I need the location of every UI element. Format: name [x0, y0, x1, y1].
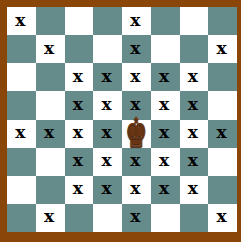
square-g5[interactable]: x: [180, 91, 209, 119]
chessboard-frame: xxxxxxxxxxxxxxxxxxx♚xxxxxxxxxxxxxxxx: [0, 0, 241, 242]
move-mark: x: [102, 68, 112, 85]
square-c3[interactable]: x: [65, 148, 94, 176]
square-f2[interactable]: x: [151, 176, 180, 204]
square-b6[interactable]: [36, 63, 65, 91]
square-a6[interactable]: [7, 63, 36, 91]
move-mark: x: [44, 40, 54, 57]
square-c6[interactable]: x: [65, 63, 94, 91]
move-mark: x: [73, 180, 83, 197]
move-mark: x: [188, 68, 198, 85]
move-mark: x: [159, 152, 169, 169]
square-e7[interactable]: x: [122, 35, 151, 63]
move-mark: x: [130, 40, 140, 57]
square-b4[interactable]: x: [36, 120, 65, 148]
chessboard: xxxxxxxxxxxxxxxxxxx♚xxxxxxxxxxxxxxxx: [7, 7, 237, 232]
move-mark: x: [73, 68, 83, 85]
square-h6[interactable]: [208, 63, 237, 91]
move-mark: x: [130, 68, 140, 85]
move-mark: x: [102, 124, 112, 141]
move-mark: x: [130, 208, 140, 225]
square-d8[interactable]: [93, 7, 122, 35]
square-a1[interactable]: [7, 204, 36, 232]
move-mark: x: [130, 12, 140, 29]
square-a8[interactable]: x: [7, 7, 36, 35]
square-d2[interactable]: x: [93, 176, 122, 204]
move-mark: x: [217, 208, 227, 225]
square-b3[interactable]: [36, 148, 65, 176]
move-mark: x: [159, 96, 169, 113]
move-mark: x: [188, 124, 198, 141]
square-f1[interactable]: [151, 204, 180, 232]
square-a2[interactable]: [7, 176, 36, 204]
square-e2[interactable]: x: [122, 176, 151, 204]
square-a3[interactable]: [7, 148, 36, 176]
move-mark: x: [217, 40, 227, 57]
move-mark: x: [15, 124, 25, 141]
square-f8[interactable]: [151, 7, 180, 35]
square-f7[interactable]: [151, 35, 180, 63]
move-mark: x: [102, 180, 112, 197]
square-a7[interactable]: [7, 35, 36, 63]
square-e4[interactable]: ♚: [122, 120, 151, 148]
square-f5[interactable]: x: [151, 91, 180, 119]
square-h3[interactable]: [208, 148, 237, 176]
move-mark: x: [102, 152, 112, 169]
square-c8[interactable]: [65, 7, 94, 35]
square-d4[interactable]: x: [93, 120, 122, 148]
square-g7[interactable]: [180, 35, 209, 63]
move-mark: x: [188, 180, 198, 197]
square-e6[interactable]: x: [122, 63, 151, 91]
square-f4[interactable]: x: [151, 120, 180, 148]
move-mark: x: [15, 12, 25, 29]
square-d1[interactable]: [93, 204, 122, 232]
square-g2[interactable]: x: [180, 176, 209, 204]
square-c5[interactable]: x: [65, 91, 94, 119]
move-mark: x: [188, 152, 198, 169]
square-f3[interactable]: x: [151, 148, 180, 176]
move-mark: x: [44, 208, 54, 225]
square-g8[interactable]: [180, 7, 209, 35]
move-mark: x: [73, 152, 83, 169]
square-g1[interactable]: [180, 204, 209, 232]
square-a4[interactable]: x: [7, 120, 36, 148]
square-e1[interactable]: x: [122, 204, 151, 232]
square-d7[interactable]: [93, 35, 122, 63]
square-g3[interactable]: x: [180, 148, 209, 176]
square-c2[interactable]: x: [65, 176, 94, 204]
move-mark: x: [44, 124, 54, 141]
square-g6[interactable]: x: [180, 63, 209, 91]
square-h4[interactable]: x: [208, 120, 237, 148]
move-mark: x: [130, 180, 140, 197]
square-f6[interactable]: x: [151, 63, 180, 91]
square-h7[interactable]: x: [208, 35, 237, 63]
move-mark: x: [73, 124, 83, 141]
move-mark: x: [159, 180, 169, 197]
square-b8[interactable]: [36, 7, 65, 35]
move-mark: x: [73, 96, 83, 113]
square-c4[interactable]: x: [65, 120, 94, 148]
square-b5[interactable]: [36, 91, 65, 119]
move-mark: x: [217, 124, 227, 141]
square-h8[interactable]: [208, 7, 237, 35]
square-d5[interactable]: x: [93, 91, 122, 119]
piece-amazon[interactable]: ♚: [125, 112, 147, 153]
square-c7[interactable]: [65, 35, 94, 63]
square-b2[interactable]: [36, 176, 65, 204]
move-mark: x: [102, 96, 112, 113]
square-c1[interactable]: [65, 204, 94, 232]
square-h2[interactable]: [208, 176, 237, 204]
square-h1[interactable]: x: [208, 204, 237, 232]
square-d3[interactable]: x: [93, 148, 122, 176]
square-b1[interactable]: x: [36, 204, 65, 232]
square-d6[interactable]: x: [93, 63, 122, 91]
move-mark: x: [188, 96, 198, 113]
square-e8[interactable]: x: [122, 7, 151, 35]
square-h5[interactable]: [208, 91, 237, 119]
move-mark: x: [159, 68, 169, 85]
move-mark: x: [159, 124, 169, 141]
square-b7[interactable]: x: [36, 35, 65, 63]
square-g4[interactable]: x: [180, 120, 209, 148]
square-a5[interactable]: [7, 91, 36, 119]
